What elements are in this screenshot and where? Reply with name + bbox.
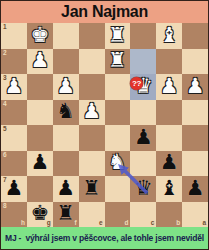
square-e4[interactable]: ♟ <box>79 100 105 126</box>
square-h1[interactable]: 1 <box>1 23 27 49</box>
square-g3[interactable] <box>27 74 53 100</box>
white-pawn-b3: ♟ <box>160 76 179 97</box>
file-label-h: h <box>21 220 25 227</box>
white-pawn-h3: ♟ <box>5 76 24 97</box>
white-knight-d6: ♞ <box>108 152 127 173</box>
black-queen-c7: ♛ <box>134 178 153 199</box>
white-rook-d2: ♜ <box>108 50 127 71</box>
white-bishop-b1: ♝ <box>160 25 179 46</box>
black-pawn-g6: ♟ <box>30 152 49 173</box>
square-c4[interactable] <box>130 100 156 126</box>
square-a1[interactable] <box>182 23 208 49</box>
square-e5[interactable] <box>79 125 105 151</box>
rank-label-8: 8 <box>3 203 7 210</box>
square-c5[interactable]: ♟ <box>130 125 156 151</box>
square-g4[interactable] <box>27 100 53 126</box>
square-b8[interactable]: b <box>156 202 182 228</box>
square-b1[interactable]: ♝ <box>156 23 182 49</box>
square-b3[interactable]: ♟ <box>156 74 182 100</box>
square-g7[interactable] <box>27 176 53 202</box>
black-pawn-b6: ♟ <box>160 152 179 173</box>
square-d7[interactable] <box>105 176 131 202</box>
square-a4[interactable] <box>182 100 208 126</box>
white-rook-d1: ♜ <box>108 25 127 46</box>
square-e6[interactable] <box>79 151 105 177</box>
square-c2[interactable] <box>130 49 156 75</box>
rank-label-6: 6 <box>3 152 7 159</box>
square-f1[interactable] <box>53 23 79 49</box>
square-a7[interactable]: ♟ <box>182 176 208 202</box>
square-h6[interactable]: 6 <box>1 151 27 177</box>
square-h4[interactable]: 4 <box>1 100 27 126</box>
square-h5[interactable]: 5 <box>1 125 27 151</box>
square-d8[interactable]: d <box>105 202 131 228</box>
chess-widget: Jan Najman ?? 1♚♜♝2♟♜3♟♟♛♟♟4♞♟5♟6♟♞♟7♟♟♜… <box>0 0 209 250</box>
rank-label-1: 1 <box>3 24 7 31</box>
file-label-d: d <box>124 220 128 227</box>
player-name: Jan Najman <box>61 3 148 21</box>
square-h3[interactable]: 3♟ <box>1 74 27 100</box>
square-f2[interactable] <box>53 49 79 75</box>
square-g5[interactable] <box>27 125 53 151</box>
square-a8[interactable]: a <box>182 202 208 228</box>
square-g8[interactable]: g♚ <box>27 202 53 228</box>
square-g1[interactable]: ♚ <box>27 23 53 49</box>
black-bishop-b7: ♝ <box>160 178 179 199</box>
white-pawn-f3: ♟ <box>56 76 75 97</box>
square-h7[interactable]: 7♟ <box>1 176 27 202</box>
file-label-e: e <box>99 220 103 227</box>
player-name-bar: Jan Najman <box>1 1 208 23</box>
file-label-f: f <box>74 220 76 227</box>
chess-board: ?? 1♚♜♝2♟♜3♟♟♛♟♟4♞♟5♟6♟♞♟7♟♟♜♛♝♟8hg♚f♜ed… <box>1 23 208 227</box>
black-pawn-h7: ♟ <box>5 178 24 199</box>
square-b7[interactable]: ♝ <box>156 176 182 202</box>
square-f4[interactable]: ♞ <box>53 100 79 126</box>
black-knight-f4: ♞ <box>56 101 75 122</box>
square-f3[interactable]: ♟ <box>53 74 79 100</box>
square-b5[interactable] <box>156 125 182 151</box>
rank-label-5: 5 <box>3 126 7 133</box>
square-e7[interactable]: ♜ <box>79 176 105 202</box>
square-f7[interactable]: ♟ <box>53 176 79 202</box>
square-h8[interactable]: 8h <box>1 202 27 228</box>
rank-label-3: 3 <box>3 75 7 82</box>
square-d1[interactable]: ♜ <box>105 23 131 49</box>
square-e2[interactable] <box>79 49 105 75</box>
black-pawn-f7: ♟ <box>56 178 75 199</box>
square-a6[interactable] <box>182 151 208 177</box>
square-c6[interactable] <box>130 151 156 177</box>
square-e1[interactable] <box>79 23 105 49</box>
square-a2[interactable] <box>182 49 208 75</box>
black-pawn-c5: ♟ <box>134 127 153 148</box>
white-pawn-e4: ♟ <box>82 101 101 122</box>
rank-label-2: 2 <box>3 50 7 57</box>
square-b2[interactable] <box>156 49 182 75</box>
file-label-g: g <box>47 220 51 227</box>
caption-text: MJ - výhrál jsem v pěšcovce, ale tohle j… <box>5 233 204 243</box>
square-d6[interactable]: ♞ <box>105 151 131 177</box>
blunder-badge: ?? <box>130 77 143 90</box>
black-rook-f8: ♜ <box>56 203 75 224</box>
square-a5[interactable] <box>182 125 208 151</box>
square-f5[interactable] <box>53 125 79 151</box>
square-h2[interactable]: 2 <box>1 49 27 75</box>
square-d3[interactable] <box>105 74 131 100</box>
white-king-g1: ♚ <box>30 25 49 46</box>
square-g2[interactable]: ♟ <box>27 49 53 75</box>
square-b4[interactable] <box>156 100 182 126</box>
square-f8[interactable]: f♜ <box>53 202 79 228</box>
rank-label-7: 7 <box>3 177 7 184</box>
square-c7[interactable]: ♛ <box>130 176 156 202</box>
square-a3[interactable]: ♟ <box>182 74 208 100</box>
black-pawn-a7: ♟ <box>186 178 205 199</box>
file-label-a: a <box>202 220 206 227</box>
white-pawn-a3: ♟ <box>186 76 205 97</box>
square-e3[interactable] <box>79 74 105 100</box>
square-c1[interactable] <box>130 23 156 49</box>
file-label-b: b <box>176 220 180 227</box>
file-label-c: c <box>151 220 155 227</box>
square-b6[interactable]: ♟ <box>156 151 182 177</box>
white-pawn-g2: ♟ <box>30 50 49 71</box>
caption-bar: MJ - výhrál jsem v pěšcovce, ale tohle j… <box>1 227 208 249</box>
square-d4[interactable] <box>105 100 131 126</box>
square-c8[interactable]: c <box>130 202 156 228</box>
square-f6[interactable] <box>53 151 79 177</box>
rank-label-4: 4 <box>3 101 7 108</box>
square-d5[interactable] <box>105 125 131 151</box>
square-d2[interactable]: ♜ <box>105 49 131 75</box>
square-e8[interactable]: e <box>79 202 105 228</box>
square-g6[interactable]: ♟ <box>27 151 53 177</box>
black-rook-e7: ♜ <box>82 178 101 199</box>
